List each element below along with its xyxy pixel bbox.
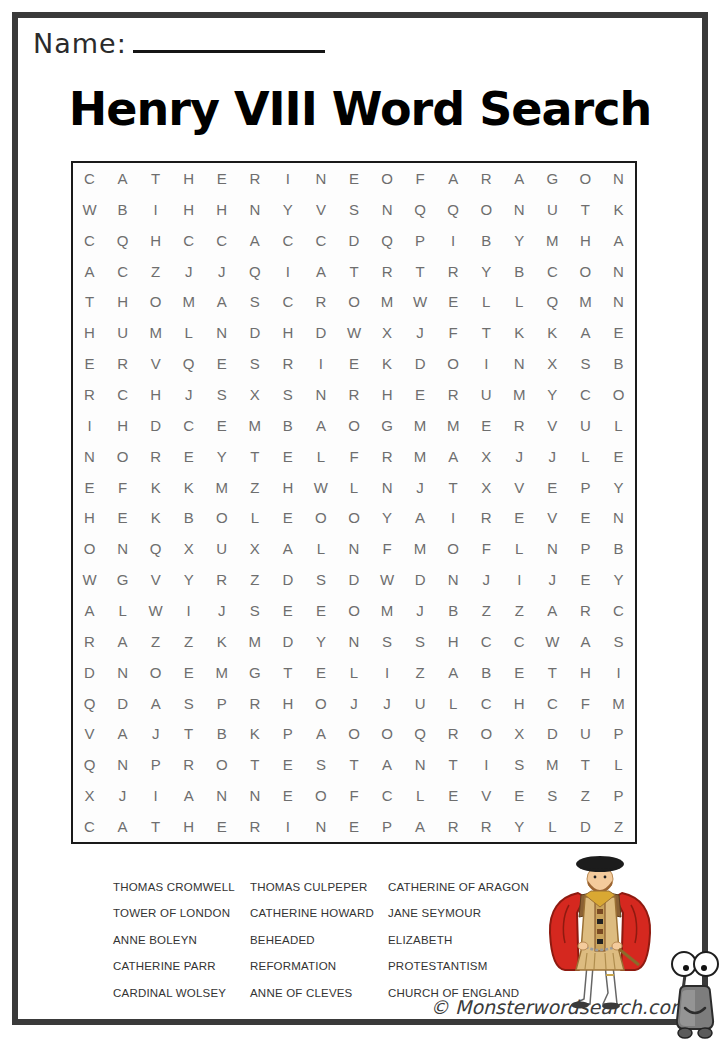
grid-cell[interactable]: M	[205, 657, 238, 688]
grid-cell[interactable]: S	[238, 348, 271, 379]
grid-cell[interactable]: S	[404, 626, 437, 657]
grid-cell[interactable]: R	[371, 256, 404, 287]
grid-cell[interactable]: H	[271, 472, 304, 503]
grid-cell[interactable]: J	[404, 317, 437, 348]
grid-cell[interactable]: Q	[73, 688, 106, 719]
grid-cell[interactable]: C	[602, 595, 635, 626]
grid-cell[interactable]: Z	[238, 564, 271, 595]
grid-cell[interactable]: R	[437, 811, 470, 842]
grid-cell[interactable]: Y	[371, 502, 404, 533]
grid-cell[interactable]: F	[371, 533, 404, 564]
grid-cell[interactable]: T	[172, 719, 205, 750]
grid-cell[interactable]: E	[271, 749, 304, 780]
grid-cell[interactable]: I	[470, 348, 503, 379]
grid-cell[interactable]: C	[536, 688, 569, 719]
grid-cell[interactable]: N	[536, 533, 569, 564]
grid-cell[interactable]: J	[404, 472, 437, 503]
grid-cell[interactable]: T	[139, 811, 172, 842]
word-search-grid[interactable]: CATHERINEOFARAGONWBIHHNYVSNQQONUTKCQHCCA…	[71, 161, 637, 844]
grid-cell[interactable]: D	[337, 564, 370, 595]
grid-cell[interactable]: T	[569, 194, 602, 225]
grid-cell[interactable]: P	[569, 533, 602, 564]
grid-cell[interactable]: B	[437, 595, 470, 626]
grid-cell[interactable]: O	[569, 163, 602, 194]
grid-cell[interactable]: N	[503, 194, 536, 225]
grid-cell[interactable]: N	[602, 286, 635, 317]
grid-cell[interactable]: H	[503, 688, 536, 719]
grid-cell[interactable]: M	[536, 225, 569, 256]
grid-cell[interactable]: P	[205, 688, 238, 719]
grid-cell[interactable]: A	[602, 225, 635, 256]
grid-cell[interactable]: R	[371, 441, 404, 472]
grid-cell[interactable]: C	[73, 811, 106, 842]
grid-cell[interactable]: M	[404, 441, 437, 472]
grid-cell[interactable]: I	[73, 410, 106, 441]
grid-cell[interactable]: C	[371, 780, 404, 811]
grid-cell[interactable]: O	[106, 441, 139, 472]
grid-cell[interactable]: C	[172, 410, 205, 441]
grid-cell[interactable]: E	[271, 780, 304, 811]
grid-cell[interactable]: C	[536, 256, 569, 287]
grid-cell[interactable]: M	[602, 688, 635, 719]
grid-cell[interactable]: X	[470, 441, 503, 472]
grid-cell[interactable]: X	[371, 317, 404, 348]
grid-cell[interactable]: A	[437, 163, 470, 194]
grid-cell[interactable]: D	[404, 564, 437, 595]
grid-cell[interactable]: E	[205, 811, 238, 842]
grid-cell[interactable]: L	[304, 441, 337, 472]
grid-cell[interactable]: L	[437, 688, 470, 719]
grid-cell[interactable]: A	[569, 626, 602, 657]
grid-cell[interactable]: K	[205, 626, 238, 657]
grid-cell[interactable]: N	[337, 626, 370, 657]
grid-cell[interactable]: N	[371, 472, 404, 503]
grid-cell[interactable]: L	[602, 749, 635, 780]
grid-cell[interactable]: Z	[172, 626, 205, 657]
grid-cell[interactable]: S	[304, 564, 337, 595]
grid-cell[interactable]: B	[106, 194, 139, 225]
grid-cell[interactable]: J	[205, 256, 238, 287]
grid-cell[interactable]: Q	[172, 348, 205, 379]
grid-cell[interactable]: A	[371, 749, 404, 780]
grid-cell[interactable]: M	[437, 410, 470, 441]
grid-cell[interactable]: E	[172, 657, 205, 688]
grid-cell[interactable]: E	[602, 317, 635, 348]
grid-cell[interactable]: C	[106, 256, 139, 287]
grid-cell[interactable]: D	[404, 348, 437, 379]
grid-cell[interactable]: C	[470, 688, 503, 719]
grid-cell[interactable]: T	[337, 749, 370, 780]
grid-cell[interactable]: O	[337, 719, 370, 750]
grid-cell[interactable]: H	[569, 657, 602, 688]
grid-cell[interactable]: E	[172, 441, 205, 472]
grid-cell[interactable]: S	[371, 626, 404, 657]
grid-cell[interactable]: R	[238, 688, 271, 719]
grid-cell[interactable]: Y	[172, 564, 205, 595]
grid-cell[interactable]: O	[139, 286, 172, 317]
grid-cell[interactable]: H	[205, 194, 238, 225]
grid-cell[interactable]: I	[139, 780, 172, 811]
grid-cell[interactable]: N	[73, 441, 106, 472]
grid-cell[interactable]: F	[569, 688, 602, 719]
grid-cell[interactable]: R	[437, 256, 470, 287]
grid-cell[interactable]: U	[569, 410, 602, 441]
grid-cell[interactable]: T	[569, 749, 602, 780]
grid-cell[interactable]: J	[106, 780, 139, 811]
grid-cell[interactable]: K	[139, 472, 172, 503]
grid-cell[interactable]: R	[238, 811, 271, 842]
grid-cell[interactable]: Y	[470, 256, 503, 287]
grid-cell[interactable]: X	[536, 348, 569, 379]
grid-cell[interactable]: J	[503, 441, 536, 472]
grid-cell[interactable]: A	[271, 533, 304, 564]
grid-cell[interactable]: R	[172, 749, 205, 780]
grid-cell[interactable]: L	[304, 533, 337, 564]
name-input-line[interactable]	[133, 26, 325, 53]
grid-cell[interactable]: I	[139, 194, 172, 225]
grid-cell[interactable]: E	[569, 502, 602, 533]
grid-cell[interactable]: I	[271, 811, 304, 842]
grid-cell[interactable]: Q	[106, 225, 139, 256]
grid-cell[interactable]: T	[470, 317, 503, 348]
grid-cell[interactable]: X	[470, 472, 503, 503]
grid-cell[interactable]: R	[271, 348, 304, 379]
grid-cell[interactable]: D	[304, 317, 337, 348]
grid-cell[interactable]: E	[536, 472, 569, 503]
grid-cell[interactable]: M	[404, 533, 437, 564]
grid-cell[interactable]: Q	[404, 194, 437, 225]
grid-cell[interactable]: J	[470, 564, 503, 595]
grid-cell[interactable]: A	[106, 719, 139, 750]
grid-cell[interactable]: Y	[205, 441, 238, 472]
grid-cell[interactable]: H	[73, 502, 106, 533]
grid-cell[interactable]: M	[536, 749, 569, 780]
grid-cell[interactable]: N	[106, 533, 139, 564]
grid-cell[interactable]: R	[470, 163, 503, 194]
grid-cell[interactable]: R	[205, 564, 238, 595]
grid-cell[interactable]: N	[304, 163, 337, 194]
grid-cell[interactable]: X	[503, 719, 536, 750]
grid-cell[interactable]: A	[106, 163, 139, 194]
grid-cell[interactable]: X	[172, 533, 205, 564]
grid-cell[interactable]: U	[404, 688, 437, 719]
grid-cell[interactable]: O	[371, 719, 404, 750]
grid-cell[interactable]: A	[536, 595, 569, 626]
grid-cell[interactable]: V	[536, 410, 569, 441]
grid-cell[interactable]: W	[73, 194, 106, 225]
grid-cell[interactable]: A	[106, 811, 139, 842]
grid-cell[interactable]: E	[337, 348, 370, 379]
grid-cell[interactable]: A	[437, 657, 470, 688]
grid-cell[interactable]: Q	[437, 194, 470, 225]
grid-cell[interactable]: I	[371, 657, 404, 688]
grid-cell[interactable]: M	[238, 410, 271, 441]
grid-cell[interactable]: S	[337, 194, 370, 225]
grid-cell[interactable]: C	[569, 379, 602, 410]
grid-cell[interactable]: I	[437, 225, 470, 256]
grid-cell[interactable]: C	[172, 225, 205, 256]
grid-cell[interactable]: E	[271, 502, 304, 533]
grid-cell[interactable]: F	[337, 441, 370, 472]
grid-cell[interactable]: V	[139, 348, 172, 379]
grid-cell[interactable]: C	[271, 225, 304, 256]
grid-cell[interactable]: H	[139, 225, 172, 256]
grid-cell[interactable]: I	[503, 564, 536, 595]
grid-cell[interactable]: A	[205, 286, 238, 317]
grid-cell[interactable]: Z	[139, 626, 172, 657]
grid-cell[interactable]: L	[569, 441, 602, 472]
grid-cell[interactable]: N	[437, 564, 470, 595]
grid-cell[interactable]: D	[238, 317, 271, 348]
grid-cell[interactable]: B	[271, 410, 304, 441]
grid-cell[interactable]: S	[238, 595, 271, 626]
grid-cell[interactable]: P	[371, 811, 404, 842]
grid-cell[interactable]: A	[304, 719, 337, 750]
grid-cell[interactable]: D	[271, 626, 304, 657]
grid-cell[interactable]: J	[536, 441, 569, 472]
grid-cell[interactable]: I	[470, 749, 503, 780]
grid-cell[interactable]: N	[205, 317, 238, 348]
grid-cell[interactable]: O	[139, 657, 172, 688]
grid-cell[interactable]: L	[503, 533, 536, 564]
grid-cell[interactable]: Z	[569, 780, 602, 811]
grid-cell[interactable]: E	[205, 410, 238, 441]
grid-cell[interactable]: W	[337, 317, 370, 348]
grid-cell[interactable]: B	[602, 533, 635, 564]
grid-cell[interactable]: H	[106, 286, 139, 317]
grid-cell[interactable]: L	[337, 472, 370, 503]
grid-cell[interactable]: Q	[139, 533, 172, 564]
grid-cell[interactable]: Q	[404, 719, 437, 750]
grid-cell[interactable]: Y	[536, 379, 569, 410]
grid-cell[interactable]: M	[371, 286, 404, 317]
grid-cell[interactable]: G	[536, 163, 569, 194]
grid-cell[interactable]: X	[238, 379, 271, 410]
grid-cell[interactable]: C	[205, 225, 238, 256]
grid-cell[interactable]: H	[139, 379, 172, 410]
grid-cell[interactable]: V	[304, 194, 337, 225]
grid-cell[interactable]: R	[437, 379, 470, 410]
grid-cell[interactable]: K	[172, 472, 205, 503]
grid-cell[interactable]: E	[437, 780, 470, 811]
grid-cell[interactable]: W	[371, 564, 404, 595]
grid-cell[interactable]: W	[536, 626, 569, 657]
grid-cell[interactable]: V	[503, 472, 536, 503]
grid-cell[interactable]: T	[437, 472, 470, 503]
grid-cell[interactable]: U	[106, 317, 139, 348]
grid-cell[interactable]: L	[470, 286, 503, 317]
grid-cell[interactable]: E	[205, 163, 238, 194]
grid-cell[interactable]: Y	[602, 472, 635, 503]
grid-cell[interactable]: O	[470, 719, 503, 750]
grid-cell[interactable]: Q	[238, 256, 271, 287]
grid-cell[interactable]: I	[271, 163, 304, 194]
grid-cell[interactable]: O	[205, 502, 238, 533]
grid-cell[interactable]: B	[172, 502, 205, 533]
grid-cell[interactable]: Z	[139, 256, 172, 287]
grid-cell[interactable]: E	[205, 348, 238, 379]
grid-cell[interactable]: V	[139, 564, 172, 595]
grid-cell[interactable]: Q	[536, 286, 569, 317]
grid-cell[interactable]: O	[371, 163, 404, 194]
grid-cell[interactable]: T	[238, 749, 271, 780]
grid-cell[interactable]: O	[205, 749, 238, 780]
grid-cell[interactable]: H	[437, 626, 470, 657]
grid-cell[interactable]: K	[602, 194, 635, 225]
grid-cell[interactable]: B	[503, 256, 536, 287]
grid-cell[interactable]: R	[139, 441, 172, 472]
grid-cell[interactable]: S	[503, 749, 536, 780]
grid-cell[interactable]: N	[602, 163, 635, 194]
grid-cell[interactable]: O	[304, 780, 337, 811]
grid-cell[interactable]: A	[139, 688, 172, 719]
grid-cell[interactable]: U	[569, 719, 602, 750]
grid-cell[interactable]: J	[139, 719, 172, 750]
grid-cell[interactable]: N	[602, 256, 635, 287]
grid-cell[interactable]: R	[304, 286, 337, 317]
grid-cell[interactable]: V	[470, 780, 503, 811]
grid-cell[interactable]: E	[569, 564, 602, 595]
grid-cell[interactable]: Q	[371, 225, 404, 256]
grid-cell[interactable]: Z	[503, 595, 536, 626]
grid-cell[interactable]: E	[503, 780, 536, 811]
grid-cell[interactable]: O	[437, 348, 470, 379]
grid-cell[interactable]: L	[404, 780, 437, 811]
grid-cell[interactable]: O	[337, 595, 370, 626]
grid-cell[interactable]: A	[73, 595, 106, 626]
grid-cell[interactable]: O	[602, 379, 635, 410]
grid-cell[interactable]: M	[139, 317, 172, 348]
grid-cell[interactable]: G	[371, 410, 404, 441]
grid-cell[interactable]: D	[271, 564, 304, 595]
grid-cell[interactable]: J	[337, 688, 370, 719]
grid-cell[interactable]: J	[371, 688, 404, 719]
grid-cell[interactable]: S	[205, 379, 238, 410]
grid-cell[interactable]: K	[139, 502, 172, 533]
grid-cell[interactable]: H	[271, 317, 304, 348]
grid-cell[interactable]: R	[238, 163, 271, 194]
grid-cell[interactable]: X	[238, 533, 271, 564]
grid-cell[interactable]: A	[437, 441, 470, 472]
grid-cell[interactable]: E	[73, 472, 106, 503]
grid-cell[interactable]: T	[73, 286, 106, 317]
grid-cell[interactable]: T	[404, 256, 437, 287]
grid-cell[interactable]: W	[73, 564, 106, 595]
grid-cell[interactable]: Y	[503, 811, 536, 842]
grid-cell[interactable]: N	[602, 502, 635, 533]
grid-cell[interactable]: C	[470, 626, 503, 657]
grid-cell[interactable]: D	[536, 719, 569, 750]
grid-cell[interactable]: E	[304, 657, 337, 688]
grid-cell[interactable]: M	[371, 595, 404, 626]
grid-cell[interactable]: N	[503, 348, 536, 379]
grid-cell[interactable]: F	[437, 317, 470, 348]
grid-cell[interactable]: A	[569, 317, 602, 348]
grid-cell[interactable]: H	[371, 379, 404, 410]
grid-cell[interactable]: O	[304, 688, 337, 719]
grid-cell[interactable]: J	[536, 564, 569, 595]
grid-cell[interactable]: L	[337, 657, 370, 688]
grid-cell[interactable]: R	[337, 379, 370, 410]
grid-cell[interactable]: A	[404, 811, 437, 842]
grid-cell[interactable]: A	[304, 256, 337, 287]
grid-cell[interactable]: W	[304, 472, 337, 503]
grid-cell[interactable]: J	[205, 595, 238, 626]
grid-cell[interactable]: G	[106, 564, 139, 595]
grid-cell[interactable]: S	[304, 749, 337, 780]
grid-cell[interactable]: B	[470, 225, 503, 256]
grid-cell[interactable]: H	[106, 410, 139, 441]
grid-cell[interactable]: N	[404, 749, 437, 780]
grid-cell[interactable]: J	[172, 256, 205, 287]
grid-cell[interactable]: M	[172, 286, 205, 317]
grid-cell[interactable]: R	[437, 719, 470, 750]
grid-cell[interactable]: G	[238, 657, 271, 688]
grid-cell[interactable]: H	[271, 688, 304, 719]
grid-cell[interactable]: D	[106, 688, 139, 719]
grid-cell[interactable]: N	[304, 811, 337, 842]
grid-cell[interactable]: I	[304, 348, 337, 379]
grid-cell[interactable]: O	[73, 533, 106, 564]
grid-cell[interactable]: I	[602, 657, 635, 688]
grid-cell[interactable]: O	[337, 410, 370, 441]
grid-cell[interactable]: E	[404, 379, 437, 410]
grid-cell[interactable]: Z	[404, 657, 437, 688]
grid-cell[interactable]: D	[569, 811, 602, 842]
grid-cell[interactable]: S	[536, 780, 569, 811]
grid-cell[interactable]: O	[304, 502, 337, 533]
grid-cell[interactable]: L	[602, 410, 635, 441]
grid-cell[interactable]: M	[205, 472, 238, 503]
grid-cell[interactable]: P	[602, 780, 635, 811]
grid-cell[interactable]: V	[536, 502, 569, 533]
grid-cell[interactable]: E	[503, 502, 536, 533]
grid-cell[interactable]: Z	[238, 472, 271, 503]
grid-cell[interactable]: O	[437, 533, 470, 564]
grid-cell[interactable]: B	[205, 719, 238, 750]
grid-cell[interactable]: E	[470, 410, 503, 441]
grid-cell[interactable]: Y	[602, 564, 635, 595]
grid-cell[interactable]: C	[73, 225, 106, 256]
grid-cell[interactable]: E	[337, 163, 370, 194]
grid-cell[interactable]: K	[238, 719, 271, 750]
grid-cell[interactable]: N	[371, 194, 404, 225]
grid-cell[interactable]: L	[238, 502, 271, 533]
grid-cell[interactable]: R	[73, 379, 106, 410]
grid-cell[interactable]: O	[569, 256, 602, 287]
grid-cell[interactable]: H	[569, 225, 602, 256]
grid-cell[interactable]: N	[205, 780, 238, 811]
grid-cell[interactable]: B	[602, 348, 635, 379]
grid-cell[interactable]: A	[172, 780, 205, 811]
grid-cell[interactable]: K	[536, 317, 569, 348]
grid-cell[interactable]: S	[271, 379, 304, 410]
grid-cell[interactable]: E	[503, 657, 536, 688]
grid-cell[interactable]: A	[304, 410, 337, 441]
grid-cell[interactable]: R	[503, 410, 536, 441]
grid-cell[interactable]: P	[271, 719, 304, 750]
grid-cell[interactable]: S	[172, 688, 205, 719]
grid-cell[interactable]: V	[73, 719, 106, 750]
grid-cell[interactable]: T	[337, 256, 370, 287]
grid-cell[interactable]: N	[238, 194, 271, 225]
grid-cell[interactable]: P	[602, 719, 635, 750]
grid-cell[interactable]: A	[73, 256, 106, 287]
grid-cell[interactable]: F	[404, 163, 437, 194]
grid-cell[interactable]: M	[404, 410, 437, 441]
grid-cell[interactable]: H	[172, 811, 205, 842]
grid-cell[interactable]: E	[437, 286, 470, 317]
